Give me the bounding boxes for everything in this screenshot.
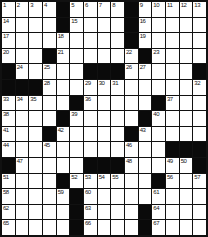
- cell-r9c3[interactable]: [29, 127, 42, 142]
- cell-r6c14[interactable]: [180, 80, 193, 95]
- cell-r6c7[interactable]: 29: [84, 80, 97, 95]
- cell-r11c4[interactable]: [43, 158, 56, 173]
- cell-r7c7[interactable]: 36: [84, 96, 97, 111]
- black-square-r7c6: [70, 96, 83, 111]
- clue-number-9: 9: [140, 2, 143, 9]
- black-square-r10c14: [180, 142, 193, 157]
- clue-number-10: 10: [153, 2, 159, 9]
- cell-r8c12[interactable]: 40: [152, 111, 165, 126]
- cell-r10c9[interactable]: [111, 142, 124, 157]
- clue-number-50: 50: [181, 158, 187, 165]
- cell-r12c7[interactable]: 53: [84, 174, 97, 189]
- clue-number-28: 28: [44, 80, 50, 87]
- clue-number-39: 39: [71, 111, 77, 118]
- cell-r14c14[interactable]: [180, 205, 193, 220]
- clue-number-45: 45: [44, 142, 50, 149]
- cell-r11c12[interactable]: [152, 158, 165, 173]
- cell-r4c14[interactable]: [180, 49, 193, 64]
- cell-r14c5[interactable]: [57, 205, 70, 220]
- cell-r15c14[interactable]: [180, 220, 193, 235]
- clue-number-17: 17: [3, 33, 9, 40]
- cell-r9c15[interactable]: [193, 127, 206, 142]
- cell-r11c14[interactable]: 50: [180, 158, 193, 173]
- black-square-r10c13: [166, 142, 179, 157]
- cell-r15c9[interactable]: [111, 220, 124, 235]
- black-square-r15c11: [139, 220, 152, 235]
- cell-r2c2[interactable]: [16, 18, 29, 33]
- clue-number-67: 67: [153, 220, 159, 227]
- cell-r11c5[interactable]: [57, 158, 70, 173]
- cell-r4c2[interactable]: [16, 49, 29, 64]
- cell-r14c10[interactable]: [125, 205, 138, 220]
- black-square-r9c10: [125, 127, 138, 142]
- cell-r5c6[interactable]: [70, 64, 83, 79]
- cell-r1c4[interactable]: 4: [43, 2, 56, 17]
- cell-r12c9[interactable]: 55: [111, 174, 124, 189]
- cell-r13c14[interactable]: [180, 189, 193, 204]
- cell-r3c1[interactable]: 17: [2, 33, 15, 48]
- cell-r8c2[interactable]: [16, 111, 29, 126]
- clue-number-57: 57: [194, 174, 200, 181]
- cell-r15c8[interactable]: [98, 220, 111, 235]
- cell-r1c9[interactable]: 8: [111, 2, 124, 17]
- cell-r9c9[interactable]: [111, 127, 124, 142]
- cell-r2c3[interactable]: [29, 18, 42, 33]
- cell-r10c7[interactable]: [84, 142, 97, 157]
- cell-r1c1[interactable]: 1: [2, 2, 15, 17]
- cell-r7c13[interactable]: 37: [166, 96, 179, 111]
- cell-r13c3[interactable]: [29, 189, 42, 204]
- cell-r6c10[interactable]: [125, 80, 138, 95]
- cell-r12c3[interactable]: [29, 174, 42, 189]
- black-square-r4c4: [43, 49, 56, 64]
- cell-r15c2[interactable]: [16, 220, 29, 235]
- clue-number-32: 32: [194, 80, 200, 87]
- black-square-r5c1: [2, 64, 15, 79]
- black-square-r13c6: [70, 189, 83, 204]
- cell-r9c14[interactable]: [180, 127, 193, 142]
- cell-r8c1[interactable]: 38: [2, 111, 15, 126]
- cell-r8c13[interactable]: [166, 111, 179, 126]
- clue-number-38: 38: [3, 111, 9, 118]
- cell-r7c2[interactable]: 34: [16, 96, 29, 111]
- cell-r14c4[interactable]: [43, 205, 56, 220]
- cell-r15c10[interactable]: [125, 220, 138, 235]
- clue-number-19: 19: [140, 33, 146, 40]
- clue-number-61: 61: [153, 189, 159, 196]
- clue-number-33: 33: [3, 96, 9, 103]
- cell-r3c8[interactable]: [98, 33, 111, 48]
- clue-number-20: 20: [3, 49, 9, 56]
- cell-r14c13[interactable]: [166, 205, 179, 220]
- black-square-r5c7: [84, 64, 97, 79]
- cell-r9c13[interactable]: [166, 127, 179, 142]
- black-square-r11c1: [2, 158, 15, 173]
- cell-r12c4[interactable]: [43, 174, 56, 189]
- black-square-r14c11: [139, 205, 152, 220]
- cell-r14c2[interactable]: [16, 205, 29, 220]
- cell-r7c10[interactable]: [125, 96, 138, 111]
- cell-r12c2[interactable]: [16, 174, 29, 189]
- cell-r10c6[interactable]: [70, 142, 83, 157]
- clue-number-59: 59: [58, 189, 64, 196]
- cell-r10c2[interactable]: [16, 142, 29, 157]
- cell-r13c7[interactable]: 60: [84, 189, 97, 204]
- cell-r12c6[interactable]: 52: [70, 174, 83, 189]
- cell-r15c1[interactable]: 65: [2, 220, 15, 235]
- cell-r10c5[interactable]: [57, 142, 70, 157]
- cell-r13c2[interactable]: [16, 189, 29, 204]
- cell-r4c15[interactable]: [193, 49, 206, 64]
- cell-r11c13[interactable]: 49: [166, 158, 179, 173]
- cell-r2c14[interactable]: [180, 18, 193, 33]
- cell-r11c10[interactable]: 48: [125, 158, 138, 173]
- clue-number-35: 35: [30, 96, 36, 103]
- clue-number-60: 60: [85, 189, 91, 196]
- cell-r9c2[interactable]: [16, 127, 29, 142]
- cell-r6c4[interactable]: 28: [43, 80, 56, 95]
- cell-r13c13[interactable]: [166, 189, 179, 204]
- clue-number-42: 42: [58, 127, 64, 134]
- cell-r15c5[interactable]: [57, 220, 70, 235]
- cell-r7c8[interactable]: [98, 96, 111, 111]
- black-square-r10c15: [193, 142, 206, 157]
- cell-r11c6[interactable]: [70, 158, 83, 173]
- cell-r12c15[interactable]: 57: [193, 174, 206, 189]
- cell-r8c9[interactable]: [111, 111, 124, 126]
- cell-r15c3[interactable]: [29, 220, 42, 235]
- clue-number-27: 27: [140, 64, 146, 71]
- black-square-r2c5: [57, 18, 70, 33]
- clue-number-66: 66: [85, 220, 91, 227]
- cell-r2c1[interactable]: 14: [2, 18, 15, 33]
- clue-number-34: 34: [17, 96, 23, 103]
- cell-r5c3[interactable]: [29, 64, 42, 79]
- black-square-r11c9: [111, 158, 124, 173]
- cell-r13c15[interactable]: [193, 189, 206, 204]
- black-square-r15c6: [70, 220, 83, 235]
- clue-number-18: 18: [58, 33, 64, 40]
- cell-r12c8[interactable]: 54: [98, 174, 111, 189]
- cell-r12c13[interactable]: 56: [166, 174, 179, 189]
- clue-number-22: 22: [126, 49, 132, 56]
- clue-number-55: 55: [112, 174, 118, 181]
- cell-r7c9[interactable]: [111, 96, 124, 111]
- cell-r12c1[interactable]: 51: [2, 174, 15, 189]
- clue-number-14: 14: [3, 18, 9, 25]
- cell-r7c3[interactable]: 35: [29, 96, 42, 111]
- cell-r2c11[interactable]: 16: [139, 18, 152, 33]
- clue-number-1: 1: [3, 2, 6, 9]
- clue-number-2: 2: [17, 2, 20, 9]
- cell-r6c12[interactable]: [152, 80, 165, 95]
- cell-r6c8[interactable]: 30: [98, 80, 111, 95]
- cell-r6c11[interactable]: [139, 80, 152, 95]
- cell-r4c9[interactable]: [111, 49, 124, 64]
- cell-r4c8[interactable]: [98, 49, 111, 64]
- cell-r9c8[interactable]: [98, 127, 111, 142]
- cell-r8c8[interactable]: [98, 111, 111, 126]
- clue-number-41: 41: [3, 127, 9, 134]
- cell-r9c7[interactable]: [84, 127, 97, 142]
- black-square-r12c12: [152, 174, 165, 189]
- black-square-r12c5: [57, 174, 70, 189]
- cell-r10c10[interactable]: 46: [125, 142, 138, 157]
- cell-r7c5[interactable]: [57, 96, 70, 111]
- cell-r12c11[interactable]: [139, 174, 152, 189]
- cell-r2c4[interactable]: [43, 18, 56, 33]
- black-square-r9c4: [43, 127, 56, 142]
- cell-r7c11[interactable]: [139, 96, 152, 111]
- cell-r1c15[interactable]: 13: [193, 2, 206, 17]
- crossword-grid: 1234567891011121314151617181920212223242…: [0, 0, 208, 237]
- cell-r9c5[interactable]: 42: [57, 127, 70, 142]
- clue-number-13: 13: [194, 2, 200, 9]
- cell-r13c5[interactable]: 59: [57, 189, 70, 204]
- cell-r6c15[interactable]: 32: [193, 80, 206, 95]
- clue-number-63: 63: [85, 205, 91, 212]
- cell-r3c3[interactable]: [29, 33, 42, 48]
- cell-r4c10[interactable]: 22: [125, 49, 138, 64]
- cell-r4c12[interactable]: 23: [152, 49, 165, 64]
- cell-r2c8[interactable]: [98, 18, 111, 33]
- cell-r4c3[interactable]: [29, 49, 42, 64]
- cell-r2c6[interactable]: 15: [70, 18, 83, 33]
- cell-r6c6[interactable]: [70, 80, 83, 95]
- cell-r15c7[interactable]: 66: [84, 220, 97, 235]
- black-square-r2c10: [125, 18, 138, 33]
- cell-r2c15[interactable]: [193, 18, 206, 33]
- clue-number-3: 3: [30, 2, 33, 9]
- cell-r3c11[interactable]: 19: [139, 33, 152, 48]
- cell-r4c7[interactable]: [84, 49, 97, 64]
- black-square-r14c6: [70, 205, 83, 220]
- clue-number-48: 48: [126, 158, 132, 165]
- cell-r5c12[interactable]: [152, 64, 165, 79]
- clue-number-26: 26: [126, 64, 132, 71]
- cell-r14c12[interactable]: 64: [152, 205, 165, 220]
- cell-r5c4[interactable]: 25: [43, 64, 56, 79]
- cell-r2c7[interactable]: [84, 18, 97, 33]
- cell-r4c13[interactable]: [166, 49, 179, 64]
- cell-r3c6[interactable]: [70, 33, 83, 48]
- cell-r10c11[interactable]: [139, 142, 152, 157]
- cell-r13c1[interactable]: 58: [2, 189, 15, 204]
- clue-number-44: 44: [3, 142, 9, 149]
- cell-r1c13[interactable]: 11: [166, 2, 179, 17]
- cell-r5c10[interactable]: 26: [125, 64, 138, 79]
- cell-r5c14[interactable]: [180, 64, 193, 79]
- black-square-r6c1: [2, 80, 15, 95]
- clue-number-47: 47: [17, 158, 23, 165]
- cell-r3c4[interactable]: [43, 33, 56, 48]
- clue-number-49: 49: [167, 158, 173, 165]
- cell-r9c11[interactable]: 43: [139, 127, 152, 142]
- cell-r1c3[interactable]: 3: [29, 2, 42, 17]
- clue-number-52: 52: [71, 174, 77, 181]
- clue-number-56: 56: [167, 174, 173, 181]
- clue-number-25: 25: [44, 64, 50, 71]
- cell-r8c4[interactable]: [43, 111, 56, 126]
- cell-r8c10[interactable]: [125, 111, 138, 126]
- cell-r11c2[interactable]: 47: [16, 158, 29, 173]
- clue-number-23: 23: [153, 49, 159, 56]
- cell-r3c7[interactable]: [84, 33, 97, 48]
- clue-number-37: 37: [167, 96, 173, 103]
- clue-number-30: 30: [99, 80, 105, 87]
- cell-r1c2[interactable]: 2: [16, 2, 29, 17]
- clue-number-62: 62: [3, 205, 9, 212]
- cell-r11c11[interactable]: [139, 158, 152, 173]
- cell-r1c12[interactable]: 10: [152, 2, 165, 17]
- cell-r4c5[interactable]: 21: [57, 49, 70, 64]
- clue-number-46: 46: [126, 142, 132, 149]
- cell-r3c5[interactable]: 18: [57, 33, 70, 48]
- clue-number-65: 65: [3, 220, 9, 227]
- black-square-r11c7: [84, 158, 97, 173]
- black-square-r6c3: [29, 80, 42, 95]
- cell-r10c4[interactable]: 45: [43, 142, 56, 157]
- clue-number-8: 8: [112, 2, 115, 9]
- clue-number-6: 6: [85, 2, 88, 9]
- cell-r3c15[interactable]: [193, 33, 206, 48]
- clue-number-5: 5: [71, 2, 74, 9]
- cell-r8c14[interactable]: [180, 111, 193, 126]
- black-square-r3c10: [125, 33, 138, 48]
- black-square-r5c9: [111, 64, 124, 79]
- cell-r13c11[interactable]: [139, 189, 152, 204]
- cell-r8c7[interactable]: [84, 111, 97, 126]
- cell-r10c3[interactable]: [29, 142, 42, 157]
- clue-number-7: 7: [99, 2, 102, 9]
- cell-r9c1[interactable]: 41: [2, 127, 15, 142]
- cell-r5c2[interactable]: 24: [16, 64, 29, 79]
- cell-r13c10[interactable]: [125, 189, 138, 204]
- clue-number-31: 31: [112, 80, 118, 87]
- clue-number-16: 16: [140, 18, 146, 25]
- cell-r6c5[interactable]: [57, 80, 70, 95]
- cell-r11c3[interactable]: [29, 158, 42, 173]
- cell-r7c4[interactable]: [43, 96, 56, 111]
- cell-r12c14[interactable]: [180, 174, 193, 189]
- clue-number-4: 4: [44, 2, 47, 9]
- cell-r2c13[interactable]: [166, 18, 179, 33]
- cell-r1c8[interactable]: 7: [98, 2, 111, 17]
- cell-r14c9[interactable]: [111, 205, 124, 220]
- clue-number-64: 64: [153, 205, 159, 212]
- cell-r14c8[interactable]: [98, 205, 111, 220]
- cell-r8c3[interactable]: [29, 111, 42, 126]
- clue-number-21: 21: [58, 49, 64, 56]
- cell-r3c13[interactable]: [166, 33, 179, 48]
- cell-r13c12[interactable]: 61: [152, 189, 165, 204]
- cell-r8c6[interactable]: 39: [70, 111, 83, 126]
- cell-r1c7[interactable]: 6: [84, 2, 97, 17]
- cell-r1c14[interactable]: 12: [180, 2, 193, 17]
- black-square-r8c11: [139, 111, 152, 126]
- cell-r9c12[interactable]: [152, 127, 165, 142]
- cell-r7c1[interactable]: 33: [2, 96, 15, 111]
- black-square-r1c5: [57, 2, 70, 17]
- cell-r3c9[interactable]: [111, 33, 124, 48]
- black-square-r5c8: [98, 64, 111, 79]
- clue-number-12: 12: [181, 2, 187, 9]
- cell-r13c9[interactable]: [111, 189, 124, 204]
- cell-r15c13[interactable]: [166, 220, 179, 235]
- black-square-r4c11: [139, 49, 152, 64]
- cell-r3c14[interactable]: [180, 33, 193, 48]
- clue-number-43: 43: [140, 127, 146, 134]
- clue-number-36: 36: [85, 96, 91, 103]
- cell-r8c15[interactable]: [193, 111, 206, 126]
- black-square-r8c5: [57, 111, 70, 126]
- cell-r5c13[interactable]: [166, 64, 179, 79]
- cell-r15c4[interactable]: [43, 220, 56, 235]
- cell-r12c10[interactable]: [125, 174, 138, 189]
- cell-r15c12[interactable]: 67: [152, 220, 165, 235]
- clue-number-58: 58: [3, 189, 9, 196]
- black-square-r11c8: [98, 158, 111, 173]
- clue-number-11: 11: [167, 2, 172, 9]
- cell-r6c13[interactable]: [166, 80, 179, 95]
- cell-r14c1[interactable]: 62: [2, 205, 15, 220]
- cell-r10c12[interactable]: [152, 142, 165, 157]
- cell-r6c9[interactable]: 31: [111, 80, 124, 95]
- black-square-r6c2: [16, 80, 29, 95]
- cell-r3c2[interactable]: [16, 33, 29, 48]
- cell-r5c5[interactable]: [57, 64, 70, 79]
- cell-r10c1[interactable]: 44: [2, 142, 15, 157]
- cell-r7c14[interactable]: [180, 96, 193, 111]
- cell-r2c9[interactable]: [111, 18, 124, 33]
- clue-number-15: 15: [71, 18, 77, 25]
- clue-number-40: 40: [153, 111, 159, 118]
- cell-r4c6[interactable]: [70, 49, 83, 64]
- black-square-r7c12: [152, 96, 165, 111]
- clue-number-54: 54: [99, 174, 105, 181]
- cell-r1c11[interactable]: 9: [139, 2, 152, 17]
- black-square-r11c15: [193, 158, 206, 173]
- cell-r10c8[interactable]: [98, 142, 111, 157]
- clue-number-24: 24: [17, 64, 23, 71]
- cell-r14c15[interactable]: [193, 205, 206, 220]
- cell-r7c15[interactable]: [193, 96, 206, 111]
- cell-r14c7[interactable]: 63: [84, 205, 97, 220]
- black-square-r1c10: [125, 2, 138, 17]
- clue-number-53: 53: [85, 174, 91, 181]
- cell-r14c3[interactable]: [29, 205, 42, 220]
- cell-r9c6[interactable]: [70, 127, 83, 142]
- black-square-r5c15: [193, 64, 206, 79]
- cell-r1c6[interactable]: 5: [70, 2, 83, 17]
- cell-r15c15[interactable]: [193, 220, 206, 235]
- cell-r3c12[interactable]: [152, 33, 165, 48]
- cell-r13c8[interactable]: [98, 189, 111, 204]
- cell-r2c12[interactable]: [152, 18, 165, 33]
- cell-r13c4[interactable]: [43, 189, 56, 204]
- clue-number-51: 51: [3, 174, 9, 181]
- cell-r5c11[interactable]: 27: [139, 64, 152, 79]
- clue-number-29: 29: [85, 80, 91, 87]
- cell-r4c1[interactable]: 20: [2, 49, 15, 64]
